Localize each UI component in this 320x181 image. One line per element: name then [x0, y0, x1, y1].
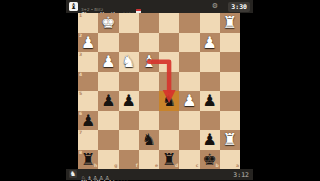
file-label-h: h [94, 164, 97, 169]
square-h2[interactable]: 2♟ [78, 33, 98, 53]
square-a5[interactable] [220, 91, 240, 111]
square-a3[interactable] [220, 52, 240, 72]
chess-board[interactable]: 1♚♜2♟♟3♟♞♝45♟♟♞♟♟6♟7♞♟♜8h♜gfed♜cb♚a [78, 13, 240, 169]
square-b7[interactable]: ♟ [200, 130, 220, 150]
square-g7[interactable] [98, 130, 118, 150]
square-c4[interactable] [179, 72, 199, 92]
square-c1[interactable] [179, 13, 199, 33]
square-b5[interactable]: ♟ [200, 91, 220, 111]
video-frame: ♝ Chess_Hustler2134 3+2 • Blitz ⚙ 3:30 1… [0, 0, 320, 180]
top-player-avatar-icon[interactable]: ♝ [69, 2, 78, 11]
top-player-bar: ♝ Chess_Hustler2134 3+2 • Blitz ⚙ 3:30 [66, 0, 253, 13]
square-b2[interactable]: ♟ [200, 33, 220, 53]
square-b1[interactable] [200, 13, 220, 33]
rank-label-8: 8 [79, 151, 82, 156]
square-h3[interactable]: 3 [78, 52, 98, 72]
white-pawn-c5: ♟ [179, 91, 199, 111]
rank-label-5: 5 [79, 92, 82, 97]
rank-label-4: 4 [79, 73, 82, 78]
rank-label-3: 3 [79, 53, 82, 58]
square-d3[interactable] [159, 52, 179, 72]
square-c7[interactable] [179, 130, 199, 150]
bottom-player-avatar-icon[interactable]: ♞ [69, 170, 77, 178]
square-g2[interactable] [98, 33, 118, 53]
square-g6[interactable] [98, 111, 118, 131]
square-b6[interactable] [200, 111, 220, 131]
white-king-g1: ♚ [98, 13, 118, 33]
square-c3[interactable] [179, 52, 199, 72]
square-a2[interactable] [220, 33, 240, 53]
captured-pieces-row: ♘♗♙♙♙ [81, 175, 111, 181]
square-h4[interactable]: 4 [78, 72, 98, 92]
square-a1[interactable]: ♜ [220, 13, 240, 33]
gear-icon[interactable]: ⚙ [211, 2, 219, 10]
square-e5[interactable] [139, 91, 159, 111]
square-g4[interactable] [98, 72, 118, 92]
file-label-c: c [196, 164, 199, 169]
square-f1[interactable] [119, 13, 139, 33]
square-a4[interactable] [220, 72, 240, 92]
square-f6[interactable] [119, 111, 139, 131]
square-e6[interactable] [139, 111, 159, 131]
square-c5[interactable]: ♟ [179, 91, 199, 111]
file-label-g: g [114, 164, 117, 169]
square-f4[interactable] [119, 72, 139, 92]
square-b8[interactable]: b♚ [200, 150, 220, 170]
square-g8[interactable]: g [98, 150, 118, 170]
square-f7[interactable] [119, 130, 139, 150]
rank-label-7: 7 [79, 131, 82, 136]
square-h6[interactable]: 6♟ [78, 111, 98, 131]
file-label-b: b [216, 164, 219, 169]
square-e1[interactable] [139, 13, 159, 33]
rank-label-2: 2 [79, 34, 82, 39]
square-e7[interactable]: ♞ [139, 130, 159, 150]
square-h1[interactable]: 1 [78, 13, 98, 33]
square-e4[interactable] [139, 72, 159, 92]
square-f3[interactable]: ♞ [119, 52, 139, 72]
black-pawn-b5: ♟ [200, 91, 220, 111]
white-rook-a7: ♜ [220, 130, 240, 150]
square-b3[interactable] [200, 52, 220, 72]
square-h5[interactable]: 5 [78, 91, 98, 111]
game-info-subtitle: 3+2 • Blitz [81, 7, 103, 12]
black-pawn-f5: ♟ [119, 91, 139, 111]
square-a8[interactable]: a [220, 150, 240, 170]
square-d6[interactable] [159, 111, 179, 131]
square-d5[interactable]: ♞ [159, 91, 179, 111]
square-a7[interactable]: ♜ [220, 130, 240, 150]
rank-label-1: 1 [79, 14, 82, 19]
white-rook-a1: ♜ [220, 13, 240, 33]
square-b4[interactable] [200, 72, 220, 92]
square-c8[interactable]: c [179, 150, 199, 170]
square-a6[interactable] [220, 111, 240, 131]
bottom-player-clock: 3:12 [233, 171, 249, 179]
square-g5[interactable]: ♟ [98, 91, 118, 111]
square-f8[interactable]: f [119, 150, 139, 170]
square-e8[interactable]: e [139, 150, 159, 170]
square-c2[interactable] [179, 33, 199, 53]
white-pawn-b2: ♟ [200, 33, 220, 53]
square-d4[interactable] [159, 72, 179, 92]
bottom-player-bar: ♞ NightKnight2089 ♘♗♙♙♙ 3:12 [66, 169, 253, 180]
square-d2[interactable] [159, 33, 179, 53]
white-pawn-g3: ♟ [98, 52, 118, 72]
file-label-a: a [236, 164, 239, 169]
rank-label-6: 6 [79, 112, 82, 117]
square-g1[interactable]: ♚ [98, 13, 118, 33]
white-bishop-e3: ♝ [139, 52, 159, 72]
square-d8[interactable]: d♜ [159, 150, 179, 170]
square-f2[interactable] [119, 33, 139, 53]
white-knight-f3: ♞ [119, 52, 139, 72]
file-label-f: f [136, 164, 138, 169]
black-pawn-g5: ♟ [98, 91, 118, 111]
file-label-e: e [155, 164, 158, 169]
square-d7[interactable] [159, 130, 179, 150]
black-knight-e7: ♞ [139, 130, 159, 150]
square-h8[interactable]: 8h♜ [78, 150, 98, 170]
top-player-clock: 3:30 [228, 2, 250, 12]
square-c6[interactable] [179, 111, 199, 131]
file-label-d: d [175, 164, 178, 169]
square-h7[interactable]: 7 [78, 130, 98, 150]
black-knight-d5: ♞ [159, 91, 179, 111]
black-pawn-b7: ♟ [200, 130, 220, 150]
square-d1[interactable] [159, 13, 179, 33]
square-g3[interactable]: ♟ [98, 52, 118, 72]
square-e3[interactable]: ♝ [139, 52, 159, 72]
square-e2[interactable] [139, 33, 159, 53]
square-f5[interactable]: ♟ [119, 91, 139, 111]
